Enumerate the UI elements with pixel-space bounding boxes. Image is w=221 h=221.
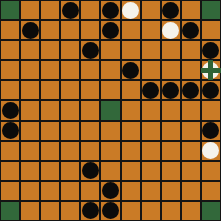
board-cell[interactable] [162, 182, 180, 200]
board-cell[interactable] [1, 81, 19, 99]
board-cell[interactable] [1, 21, 19, 39]
board-cell[interactable] [41, 21, 59, 39]
board-cell[interactable] [162, 41, 180, 59]
board-cell[interactable] [81, 61, 99, 79]
board-cell[interactable] [202, 182, 220, 200]
board-cell[interactable] [202, 61, 220, 79]
board-cell[interactable] [142, 202, 160, 220]
white-defender-stone[interactable] [202, 142, 219, 159]
board-cell[interactable] [142, 162, 160, 180]
black-attacker-stone[interactable] [162, 2, 179, 19]
board-cell[interactable] [142, 142, 160, 160]
board-cell[interactable] [182, 202, 200, 220]
hnefatafl-board [0, 0, 221, 221]
board-cell[interactable] [41, 81, 59, 99]
board-cell[interactable] [81, 142, 99, 160]
board-cell[interactable] [61, 1, 79, 19]
board-cell[interactable] [61, 81, 79, 99]
board-cell[interactable] [122, 202, 140, 220]
board-cell[interactable] [142, 101, 160, 119]
board-cell[interactable] [41, 61, 59, 79]
board-cell[interactable] [1, 61, 19, 79]
board-cell[interactable] [61, 61, 79, 79]
board-cell[interactable] [162, 61, 180, 79]
black-attacker-stone[interactable] [62, 2, 79, 19]
black-attacker-stone[interactable] [182, 82, 199, 99]
board-cell[interactable] [182, 21, 200, 39]
board-cell[interactable] [162, 202, 180, 220]
board-cell[interactable] [81, 202, 99, 220]
throne-square[interactable] [101, 101, 119, 119]
board-cell[interactable] [21, 122, 39, 140]
board-cell[interactable] [101, 202, 119, 220]
white-defender-stone[interactable] [122, 2, 139, 19]
board-cell[interactable] [61, 122, 79, 140]
corner-escape-square[interactable] [1, 1, 19, 19]
board-cell[interactable] [101, 1, 119, 19]
board-cell[interactable] [122, 101, 140, 119]
board-cell[interactable] [162, 101, 180, 119]
board-cell[interactable] [142, 1, 160, 19]
board-cell[interactable] [122, 41, 140, 59]
board-cell[interactable] [41, 182, 59, 200]
board-cell[interactable] [81, 21, 99, 39]
black-attacker-stone[interactable] [202, 82, 219, 99]
board-cell[interactable] [21, 202, 39, 220]
board-cell[interactable] [202, 122, 220, 140]
board-cell[interactable] [1, 182, 19, 200]
board-cell[interactable] [162, 142, 180, 160]
board-cell[interactable] [61, 142, 79, 160]
board-cell[interactable] [122, 122, 140, 140]
board-cell[interactable] [182, 1, 200, 19]
board-cell[interactable] [1, 41, 19, 59]
black-attacker-stone[interactable] [82, 202, 99, 219]
board-cell[interactable] [61, 182, 79, 200]
board-cell[interactable] [122, 182, 140, 200]
board-cell[interactable] [1, 101, 19, 119]
board-cell[interactable] [81, 182, 99, 200]
board-cell[interactable] [41, 162, 59, 180]
black-attacker-stone[interactable] [22, 22, 39, 39]
black-attacker-stone[interactable] [162, 82, 179, 99]
board-cell[interactable] [142, 41, 160, 59]
board-cell[interactable] [182, 162, 200, 180]
board-cell[interactable] [41, 1, 59, 19]
board-cell[interactable] [81, 162, 99, 180]
board-cell[interactable] [21, 101, 39, 119]
board-cell[interactable] [142, 21, 160, 39]
board-cell[interactable] [61, 202, 79, 220]
board-cell[interactable] [101, 182, 119, 200]
board-cell[interactable] [182, 182, 200, 200]
corner-escape-square[interactable] [202, 202, 220, 220]
black-attacker-stone[interactable] [202, 122, 219, 139]
board-cell[interactable] [162, 122, 180, 140]
board-cell[interactable] [21, 81, 39, 99]
board-cell[interactable] [122, 21, 140, 39]
board-cell[interactable] [81, 81, 99, 99]
board-cell[interactable] [162, 81, 180, 99]
board-cell[interactable] [122, 142, 140, 160]
board-cell[interactable] [81, 41, 99, 59]
white-defender-stone[interactable] [162, 22, 179, 39]
board-cell[interactable] [202, 81, 220, 99]
board-cell[interactable] [182, 61, 200, 79]
board-cell[interactable] [142, 122, 160, 140]
board-cell[interactable] [21, 41, 39, 59]
board-cell[interactable] [61, 101, 79, 119]
board-cell[interactable] [21, 21, 39, 39]
board-cell[interactable] [61, 162, 79, 180]
board-cell[interactable] [202, 21, 220, 39]
board-cell[interactable] [101, 21, 119, 39]
board-cell[interactable] [182, 81, 200, 99]
board-cell[interactable] [182, 122, 200, 140]
board-cell[interactable] [122, 1, 140, 19]
black-attacker-stone[interactable] [82, 42, 99, 59]
board-cell[interactable] [41, 142, 59, 160]
board-cell[interactable] [21, 61, 39, 79]
board-cell[interactable] [142, 61, 160, 79]
black-attacker-stone[interactable] [142, 82, 159, 99]
board-cell[interactable] [162, 1, 180, 19]
board-cell[interactable] [61, 41, 79, 59]
board-cell[interactable] [21, 162, 39, 180]
board-cell[interactable] [81, 1, 99, 19]
corner-escape-square[interactable] [1, 202, 19, 220]
board-cell[interactable] [122, 61, 140, 79]
black-attacker-stone[interactable] [122, 62, 139, 79]
board-cell[interactable] [61, 21, 79, 39]
board-cell[interactable] [101, 61, 119, 79]
board-cell[interactable] [41, 122, 59, 140]
board-cell[interactable] [101, 81, 119, 99]
board-cell[interactable] [1, 142, 19, 160]
board-cell[interactable] [142, 182, 160, 200]
board-cell[interactable] [101, 162, 119, 180]
board-cell[interactable] [41, 202, 59, 220]
board-cell[interactable] [41, 41, 59, 59]
board-cell[interactable] [162, 21, 180, 39]
black-attacker-stone[interactable] [102, 22, 119, 39]
board-cell[interactable] [81, 122, 99, 140]
board-cell[interactable] [202, 162, 220, 180]
black-attacker-stone[interactable] [102, 182, 119, 199]
corner-escape-square[interactable] [202, 1, 220, 19]
board-cell[interactable] [182, 101, 200, 119]
board-cell[interactable] [142, 81, 160, 99]
black-attacker-stone[interactable] [182, 22, 199, 39]
board-cell[interactable] [202, 41, 220, 59]
black-attacker-stone[interactable] [2, 102, 19, 119]
black-attacker-stone[interactable] [102, 202, 119, 219]
board-cell[interactable] [101, 142, 119, 160]
board-cell[interactable] [202, 142, 220, 160]
board-cell[interactable] [162, 162, 180, 180]
board-cell[interactable] [21, 1, 39, 19]
black-attacker-stone[interactable] [202, 42, 219, 59]
board-cell[interactable] [101, 122, 119, 140]
board-cell[interactable] [81, 101, 99, 119]
board-cell[interactable] [1, 122, 19, 140]
board-cell[interactable] [182, 41, 200, 59]
board-cell[interactable] [122, 81, 140, 99]
board-cell[interactable] [182, 142, 200, 160]
black-attacker-stone[interactable] [82, 162, 99, 179]
board-cell[interactable] [41, 101, 59, 119]
board-cell[interactable] [202, 101, 220, 119]
board-cell[interactable] [1, 162, 19, 180]
king-cross-vertical [208, 60, 213, 80]
board-cell[interactable] [21, 142, 39, 160]
black-attacker-stone[interactable] [2, 122, 19, 139]
board-cell[interactable] [122, 162, 140, 180]
board-cell[interactable] [101, 41, 119, 59]
board-cell[interactable] [21, 182, 39, 200]
black-attacker-stone[interactable] [102, 2, 119, 19]
